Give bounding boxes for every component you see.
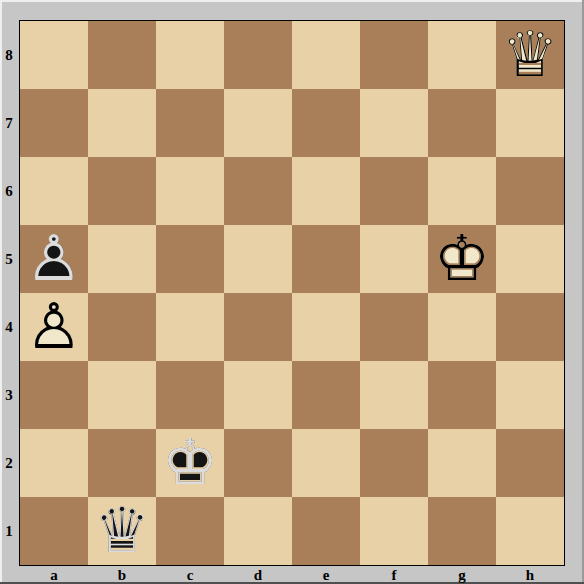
file-label-a: a: [20, 567, 88, 583]
square-b4[interactable]: [88, 293, 156, 361]
square-f4[interactable]: [360, 293, 428, 361]
square-e5[interactable]: [292, 225, 360, 293]
square-c5[interactable]: [156, 225, 224, 293]
square-c4[interactable]: [156, 293, 224, 361]
square-h8[interactable]: ♛♕: [496, 21, 564, 89]
square-f8[interactable]: [360, 21, 428, 89]
square-g4[interactable]: [428, 293, 496, 361]
file-label-b: b: [88, 567, 156, 583]
square-g8[interactable]: [428, 21, 496, 89]
square-b8[interactable]: [88, 21, 156, 89]
square-h6[interactable]: [496, 157, 564, 225]
piece-black-queen[interactable]: ♛♕: [88, 497, 156, 565]
square-c3[interactable]: [156, 361, 224, 429]
square-f6[interactable]: [360, 157, 428, 225]
square-g1[interactable]: [428, 497, 496, 565]
square-e8[interactable]: [292, 21, 360, 89]
rank-label-1: 1: [0, 523, 18, 539]
square-h7[interactable]: [496, 89, 564, 157]
square-a7[interactable]: [20, 89, 88, 157]
square-d7[interactable]: [224, 89, 292, 157]
rank-label-4: 4: [0, 319, 18, 335]
black-queen-outline-icon: ♕: [88, 497, 156, 565]
square-d6[interactable]: [224, 157, 292, 225]
rank-label-3: 3: [0, 387, 18, 403]
rank-label-6: 6: [0, 183, 18, 199]
square-a5[interactable]: ♟♙: [20, 225, 88, 293]
square-c1[interactable]: [156, 497, 224, 565]
white-king-outline-icon: ♔: [428, 225, 496, 293]
square-a1[interactable]: [20, 497, 88, 565]
black-pawn-outline-icon: ♙: [20, 225, 88, 293]
square-a2[interactable]: [20, 429, 88, 497]
square-g2[interactable]: [428, 429, 496, 497]
chess-diagram-frame: ♛♕♟♙♚♔♟♙♚♔♛♕ 87654321 abcdefgh: [0, 0, 584, 584]
square-g3[interactable]: [428, 361, 496, 429]
square-b2[interactable]: [88, 429, 156, 497]
file-label-c: c: [156, 567, 224, 583]
square-e2[interactable]: [292, 429, 360, 497]
square-d8[interactable]: [224, 21, 292, 89]
square-f7[interactable]: [360, 89, 428, 157]
square-e1[interactable]: [292, 497, 360, 565]
square-a6[interactable]: [20, 157, 88, 225]
square-d5[interactable]: [224, 225, 292, 293]
square-g5[interactable]: ♚♔: [428, 225, 496, 293]
file-label-f: f: [360, 567, 428, 583]
square-h5[interactable]: [496, 225, 564, 293]
square-f1[interactable]: [360, 497, 428, 565]
square-f5[interactable]: [360, 225, 428, 293]
white-queen-outline-icon: ♕: [496, 21, 564, 89]
piece-black-pawn[interactable]: ♟♙: [20, 225, 88, 293]
square-f3[interactable]: [360, 361, 428, 429]
file-label-e: e: [292, 567, 360, 583]
square-h2[interactable]: [496, 429, 564, 497]
rank-label-7: 7: [0, 115, 18, 131]
file-label-h: h: [496, 567, 564, 583]
square-g6[interactable]: [428, 157, 496, 225]
square-b7[interactable]: [88, 89, 156, 157]
file-label-g: g: [428, 567, 496, 583]
square-e6[interactable]: [292, 157, 360, 225]
square-f2[interactable]: [360, 429, 428, 497]
square-b6[interactable]: [88, 157, 156, 225]
square-h1[interactable]: [496, 497, 564, 565]
square-c8[interactable]: [156, 21, 224, 89]
square-a4[interactable]: ♟♙: [20, 293, 88, 361]
piece-white-king[interactable]: ♚♔: [428, 225, 496, 293]
piece-black-king[interactable]: ♚♔: [156, 429, 224, 497]
white-pawn-outline-icon: ♙: [20, 293, 88, 361]
square-c7[interactable]: [156, 89, 224, 157]
square-h4[interactable]: [496, 293, 564, 361]
rank-label-5: 5: [0, 251, 18, 267]
square-h3[interactable]: [496, 361, 564, 429]
file-label-d: d: [224, 567, 292, 583]
square-d2[interactable]: [224, 429, 292, 497]
square-d1[interactable]: [224, 497, 292, 565]
square-e3[interactable]: [292, 361, 360, 429]
square-b1[interactable]: ♛♕: [88, 497, 156, 565]
square-c2[interactable]: ♚♔: [156, 429, 224, 497]
square-d3[interactable]: [224, 361, 292, 429]
chess-board: ♛♕♟♙♚♔♟♙♚♔♛♕: [19, 20, 565, 566]
square-e7[interactable]: [292, 89, 360, 157]
square-e4[interactable]: [292, 293, 360, 361]
square-c6[interactable]: [156, 157, 224, 225]
square-b5[interactable]: [88, 225, 156, 293]
rank-label-2: 2: [0, 455, 18, 471]
piece-white-pawn[interactable]: ♟♙: [20, 293, 88, 361]
square-g7[interactable]: [428, 89, 496, 157]
square-d4[interactable]: [224, 293, 292, 361]
piece-white-queen[interactable]: ♛♕: [496, 21, 564, 89]
square-a3[interactable]: [20, 361, 88, 429]
square-b3[interactable]: [88, 361, 156, 429]
rank-label-8: 8: [0, 47, 18, 63]
square-a8[interactable]: [20, 21, 88, 89]
black-king-outline-icon: ♔: [156, 429, 224, 497]
